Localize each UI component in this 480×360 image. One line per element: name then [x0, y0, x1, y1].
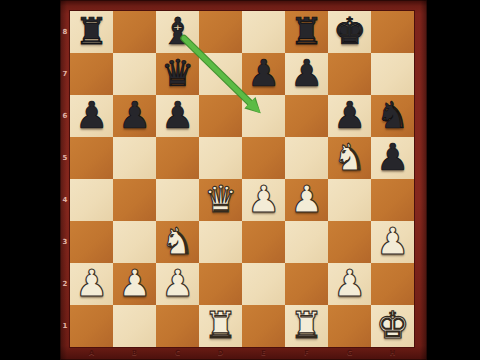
white-pawn: ♟: [376, 223, 409, 260]
square-d8[interactable]: [199, 11, 242, 53]
square-a1[interactable]: [70, 305, 113, 347]
square-a7[interactable]: [70, 53, 113, 95]
square-d7[interactable]: [199, 53, 242, 95]
black-queen: ♛: [161, 55, 194, 92]
square-g8[interactable]: ♚: [328, 11, 371, 53]
black-knight: ♞: [376, 97, 409, 134]
square-a5[interactable]: [70, 137, 113, 179]
square-f6[interactable]: [285, 95, 328, 137]
rank-label-1: 1: [61, 322, 69, 331]
square-f5[interactable]: [285, 137, 328, 179]
square-b3[interactable]: [113, 221, 156, 263]
file-label-a: A: [70, 349, 113, 358]
square-d2[interactable]: [199, 263, 242, 305]
white-rook: ♜: [204, 307, 237, 344]
square-g5[interactable]: ♞: [328, 137, 371, 179]
square-e1[interactable]: [242, 305, 285, 347]
black-king: ♚: [333, 13, 366, 50]
square-e4[interactable]: ♟: [242, 179, 285, 221]
white-pawn: ♟: [290, 181, 323, 218]
black-pawn: ♟: [333, 97, 366, 134]
square-g2[interactable]: ♟: [328, 263, 371, 305]
square-d3[interactable]: [199, 221, 242, 263]
square-c7[interactable]: ♛: [156, 53, 199, 95]
square-e2[interactable]: [242, 263, 285, 305]
square-g7[interactable]: [328, 53, 371, 95]
square-c4[interactable]: [156, 179, 199, 221]
square-d6[interactable]: [199, 95, 242, 137]
square-e6[interactable]: [242, 95, 285, 137]
white-pawn: ♟: [161, 265, 194, 302]
square-a2[interactable]: ♟: [70, 263, 113, 305]
rank-label-7: 7: [61, 70, 69, 79]
rank-label-6: 6: [61, 112, 69, 121]
black-pawn: ♟: [118, 97, 151, 134]
square-a3[interactable]: [70, 221, 113, 263]
square-g1[interactable]: [328, 305, 371, 347]
square-c8[interactable]: ♝: [156, 11, 199, 53]
file-label-c: C: [156, 349, 199, 358]
square-b4[interactable]: [113, 179, 156, 221]
file-label-d: D: [199, 349, 242, 358]
square-a4[interactable]: [70, 179, 113, 221]
letterbox-right: [427, 0, 480, 360]
black-pawn: ♟: [161, 97, 194, 134]
square-c1[interactable]: [156, 305, 199, 347]
square-e3[interactable]: [242, 221, 285, 263]
chess-board: ♜♝♜♚♛♟♟♟♟♟♟♞♞♟♛♟♟♞♟♟♟♟♟♜♜♚: [70, 11, 414, 347]
rank-label-4: 4: [61, 196, 69, 205]
black-pawn: ♟: [247, 55, 280, 92]
square-d5[interactable]: [199, 137, 242, 179]
black-pawn: ♟: [290, 55, 323, 92]
white-knight: ♞: [333, 139, 366, 176]
square-b1[interactable]: [113, 305, 156, 347]
square-b2[interactable]: ♟: [113, 263, 156, 305]
square-f3[interactable]: [285, 221, 328, 263]
square-e8[interactable]: [242, 11, 285, 53]
video-frame: ♜♝♜♚♛♟♟♟♟♟♟♞♞♟♛♟♟♞♟♟♟♟♟♜♜♚ 87654321ABCDE…: [0, 0, 480, 360]
square-b6[interactable]: ♟: [113, 95, 156, 137]
square-f8[interactable]: ♜: [285, 11, 328, 53]
file-label-f: F: [285, 349, 328, 358]
square-h3[interactable]: ♟: [371, 221, 414, 263]
square-b5[interactable]: [113, 137, 156, 179]
letterbox-left: [0, 0, 60, 360]
square-c5[interactable]: [156, 137, 199, 179]
square-a6[interactable]: ♟: [70, 95, 113, 137]
square-a8[interactable]: ♜: [70, 11, 113, 53]
square-e7[interactable]: ♟: [242, 53, 285, 95]
square-g3[interactable]: [328, 221, 371, 263]
square-f2[interactable]: [285, 263, 328, 305]
file-label-b: B: [113, 349, 156, 358]
square-h8[interactable]: [371, 11, 414, 53]
white-pawn: ♟: [333, 265, 366, 302]
rank-label-8: 8: [61, 28, 69, 37]
square-h7[interactable]: [371, 53, 414, 95]
rank-label-2: 2: [61, 280, 69, 289]
square-c3[interactable]: ♞: [156, 221, 199, 263]
board-frame: ♜♝♜♚♛♟♟♟♟♟♟♞♞♟♛♟♟♞♟♟♟♟♟♜♜♚ 87654321ABCDE…: [60, 0, 427, 360]
file-label-h: H: [371, 349, 414, 358]
square-b7[interactable]: [113, 53, 156, 95]
square-f4[interactable]: ♟: [285, 179, 328, 221]
black-rook: ♜: [290, 13, 323, 50]
square-h4[interactable]: [371, 179, 414, 221]
square-g4[interactable]: [328, 179, 371, 221]
white-queen: ♛: [204, 181, 237, 218]
square-h5[interactable]: ♟: [371, 137, 414, 179]
square-d4[interactable]: ♛: [199, 179, 242, 221]
black-rook: ♜: [75, 13, 108, 50]
white-pawn: ♟: [247, 181, 280, 218]
square-f7[interactable]: ♟: [285, 53, 328, 95]
square-h2[interactable]: [371, 263, 414, 305]
file-label-g: G: [328, 349, 371, 358]
square-h1[interactable]: ♚: [371, 305, 414, 347]
square-b8[interactable]: [113, 11, 156, 53]
white-king: ♚: [376, 307, 409, 344]
rank-label-3: 3: [61, 238, 69, 247]
square-e5[interactable]: [242, 137, 285, 179]
square-f1[interactable]: ♜: [285, 305, 328, 347]
black-pawn: ♟: [376, 139, 409, 176]
square-c2[interactable]: ♟: [156, 263, 199, 305]
square-g6[interactable]: ♟: [328, 95, 371, 137]
file-label-e: E: [242, 349, 285, 358]
white-knight: ♞: [161, 223, 194, 260]
white-pawn: ♟: [75, 265, 108, 302]
black-bishop: ♝: [161, 13, 194, 50]
white-rook: ♜: [290, 307, 323, 344]
square-d1[interactable]: ♜: [199, 305, 242, 347]
rank-label-5: 5: [61, 154, 69, 163]
black-pawn: ♟: [75, 97, 108, 134]
square-c6[interactable]: ♟: [156, 95, 199, 137]
white-pawn: ♟: [118, 265, 151, 302]
square-h6[interactable]: ♞: [371, 95, 414, 137]
